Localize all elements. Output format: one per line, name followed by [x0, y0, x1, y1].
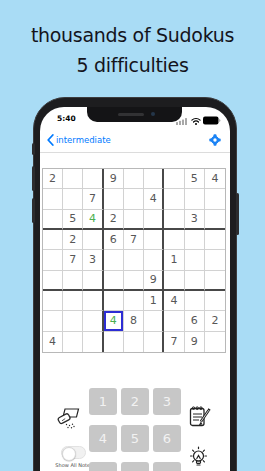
cell-r1c8[interactable]: 5 — [185, 169, 205, 189]
cell-r5c8[interactable] — [185, 250, 205, 270]
cell-r7c3[interactable] — [83, 291, 103, 311]
cell-r4c9[interactable] — [205, 230, 225, 250]
app-store-screenshot: thousands of Sudokus 5 difficulties 5:40 — [0, 0, 265, 471]
front-camera — [151, 112, 155, 116]
cell-r5c7[interactable]: 1 — [164, 250, 184, 270]
cell-r8c5[interactable]: 8 — [124, 311, 144, 331]
cell-r7c8[interactable] — [185, 291, 205, 311]
notes-pencil-icon[interactable] — [188, 404, 211, 429]
show-all-notes-toggle[interactable] — [61, 446, 86, 459]
mute-switch — [32, 143, 35, 155]
cell-r7c6[interactable]: 1 — [144, 291, 164, 311]
cell-r2c9[interactable] — [205, 189, 225, 209]
cell-r1c1[interactable]: 2 — [43, 169, 63, 189]
cell-r6c9[interactable] — [205, 271, 225, 291]
cell-r8c3[interactable] — [83, 311, 103, 331]
cell-r3c5[interactable] — [124, 210, 144, 230]
cell-r6c2[interactable] — [63, 271, 83, 291]
cell-r8c9[interactable]: 2 — [205, 311, 225, 331]
cell-r5c6[interactable] — [144, 250, 164, 270]
numpad-key-3[interactable]: 3 — [153, 388, 181, 415]
headline-line2: 5 difficulties — [0, 50, 265, 80]
cell-r3c4[interactable]: 2 — [104, 210, 124, 230]
volume-up-button — [32, 166, 35, 191]
cell-r1c7[interactable] — [164, 169, 184, 189]
numpad-key-7[interactable]: 7 — [89, 462, 117, 471]
cell-r3c9[interactable] — [205, 210, 225, 230]
cell-r9c7[interactable]: 7 — [164, 332, 184, 352]
status-time: 5:40 — [57, 114, 76, 123]
cell-r3c7[interactable] — [164, 210, 184, 230]
cell-r5c3[interactable]: 3 — [83, 250, 103, 270]
cell-r4c2[interactable]: 2 — [63, 230, 83, 250]
cell-r6c6[interactable]: 9 — [144, 271, 164, 291]
cell-r8c2[interactable] — [63, 311, 83, 331]
notch — [87, 107, 182, 122]
cell-r8c8[interactable]: 6 — [185, 311, 205, 331]
headline-line1: thousands of Sudokus — [0, 20, 265, 50]
numpad-key-2[interactable]: 2 — [121, 388, 149, 415]
cell-r9c5[interactable] — [124, 332, 144, 352]
numpad-key-5[interactable]: 5 — [121, 425, 149, 452]
cell-r9c3[interactable] — [83, 332, 103, 352]
cell-r1c3[interactable] — [83, 169, 103, 189]
iphone-frame: 5:40 — [33, 97, 237, 471]
numpad-key-8[interactable]: 8 — [121, 462, 149, 471]
cell-r6c4[interactable] — [104, 271, 124, 291]
cell-r7c2[interactable] — [63, 291, 83, 311]
cell-r2c2[interactable] — [63, 189, 83, 209]
cell-r7c4[interactable] — [104, 291, 124, 311]
cell-r3c1[interactable] — [43, 210, 63, 230]
cell-r2c8[interactable] — [185, 189, 205, 209]
cell-r2c4[interactable] — [104, 189, 124, 209]
cell-r8c7[interactable] — [164, 311, 184, 331]
cell-r6c8[interactable] — [185, 271, 205, 291]
cell-r4c5[interactable]: 7 — [124, 230, 144, 250]
cell-r9c2[interactable] — [63, 332, 83, 352]
wifi-icon — [191, 117, 201, 125]
cell-r3c6[interactable] — [144, 210, 164, 230]
numpad-key-6[interactable]: 6 — [153, 425, 181, 452]
back-chevron-icon — [47, 134, 54, 146]
numpad-key-4[interactable]: 4 — [89, 425, 117, 452]
cell-r8c1[interactable] — [43, 311, 63, 331]
power-button — [236, 193, 239, 235]
cell-r2c6[interactable]: 4 — [144, 189, 164, 209]
cell-r4c7[interactable] — [164, 230, 184, 250]
cell-r3c3[interactable]: 4 — [83, 210, 103, 230]
sudoku-board: 29547454232677319144862479 — [42, 168, 226, 353]
cell-r4c3[interactable] — [83, 230, 103, 250]
headline: thousands of Sudokus 5 difficulties — [0, 20, 265, 80]
cell-r1c2[interactable] — [63, 169, 83, 189]
battery-icon — [203, 116, 221, 125]
cell-r8c6[interactable] — [144, 311, 164, 331]
cell-r4c8[interactable] — [185, 230, 205, 250]
volume-down-button — [32, 198, 35, 223]
cell-r6c3[interactable] — [83, 271, 103, 291]
cell-r7c9[interactable] — [205, 291, 225, 311]
cell-r9c8[interactable]: 9 — [185, 332, 205, 352]
cell-r9c4[interactable] — [104, 332, 124, 352]
cell-r6c1[interactable] — [43, 271, 63, 291]
nav-bar: intermediate — [40, 130, 230, 153]
cell-r6c7[interactable] — [164, 271, 184, 291]
cell-r3c2[interactable]: 5 — [63, 210, 83, 230]
cell-r7c7[interactable]: 4 — [164, 291, 184, 311]
cell-r1c9[interactable]: 4 — [205, 169, 225, 189]
eraser-icon[interactable] — [57, 406, 80, 431]
cell-r9c1[interactable]: 4 — [43, 332, 63, 352]
cell-r5c5[interactable] — [124, 250, 144, 270]
toggle-knob — [62, 447, 76, 461]
cell-r5c9[interactable] — [205, 250, 225, 270]
gear-icon[interactable] — [209, 134, 221, 146]
cell-r3c8[interactable]: 3 — [185, 210, 205, 230]
cell-r9c9[interactable] — [205, 332, 225, 352]
cell-r7c1[interactable] — [43, 291, 63, 311]
speaker-grille — [118, 113, 144, 116]
lightbulb-icon[interactable] — [188, 445, 209, 470]
cell-r9c6[interactable] — [144, 332, 164, 352]
cell-r5c2[interactable]: 7 — [63, 250, 83, 270]
cell-r2c5[interactable] — [124, 189, 144, 209]
cell-r6c5[interactable] — [124, 271, 144, 291]
cell-r1c5[interactable] — [124, 169, 144, 189]
cell-r8c4[interactable]: 4 — [104, 311, 124, 331]
status-icons — [176, 116, 221, 125]
cell-r4c4[interactable]: 6 — [104, 230, 124, 250]
back-label: intermediate — [56, 135, 111, 145]
numpad-key-1[interactable]: 1 — [89, 388, 117, 415]
cell-r5c1[interactable] — [43, 250, 63, 270]
cell-r1c6[interactable] — [144, 169, 164, 189]
numpad-key-9[interactable]: 9 — [153, 462, 181, 471]
cell-r2c7[interactable] — [164, 189, 184, 209]
phone-screen: 5:40 — [40, 107, 230, 471]
back-button[interactable]: intermediate — [47, 134, 111, 146]
cell-r7c5[interactable] — [124, 291, 144, 311]
cell-r2c3[interactable]: 7 — [83, 189, 103, 209]
cell-r4c1[interactable] — [43, 230, 63, 250]
numpad: 123456789 — [89, 388, 181, 471]
cell-r2c1[interactable] — [43, 189, 63, 209]
cell-r5c4[interactable] — [104, 250, 124, 270]
cell-r4c6[interactable] — [144, 230, 164, 250]
cell-r1c4[interactable]: 9 — [104, 169, 124, 189]
